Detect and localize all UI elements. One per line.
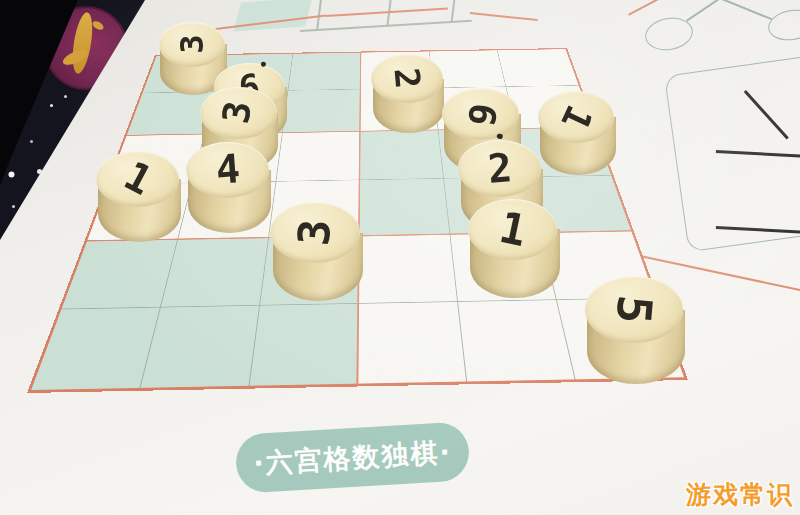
cell-r4c4[interactable] <box>360 179 451 237</box>
piece-number: 5 <box>609 293 658 325</box>
piece-top-face: 5 <box>585 276 683 343</box>
cell-r6c3[interactable] <box>249 304 359 386</box>
piece-top-face: 6 <box>442 88 518 140</box>
piece-top-face: 2 <box>458 140 541 196</box>
piece-number: 3 <box>293 218 338 248</box>
cell-r5c2[interactable] <box>161 238 269 307</box>
cell-r6c5[interactable] <box>458 300 576 382</box>
piece-1-r3c6[interactable]: 1 <box>540 91 616 175</box>
cell-r3c3[interactable] <box>276 132 360 182</box>
piece-4-r4c2[interactable]: 4 <box>188 142 271 233</box>
piece-top-face: 3 <box>159 22 226 67</box>
board-title-text: ·六宫格数独棋· <box>252 434 452 482</box>
piece-number: 2 <box>389 67 425 90</box>
piece-top-face: 1 <box>468 199 558 260</box>
piece-1-r4c1[interactable]: 1 <box>98 151 181 242</box>
piece-number: 6 <box>461 100 501 128</box>
piece-number: 2 <box>486 148 513 190</box>
piece-number: 3 <box>176 35 208 54</box>
piece-1-r5c5[interactable]: 1 <box>470 199 560 298</box>
piece-number: 1 <box>118 156 158 202</box>
cell-r3c4[interactable] <box>360 130 444 180</box>
cell-r1c6[interactable] <box>498 49 579 87</box>
cell-r6c2[interactable] <box>140 305 260 387</box>
planet-gold-landmass <box>91 19 105 31</box>
piece-number: 1 <box>495 206 529 254</box>
planet-gold-landmass <box>69 11 95 75</box>
cell-r2c3[interactable] <box>283 89 361 132</box>
piece-top-face: 3 <box>200 87 277 139</box>
cell-r1c3[interactable] <box>288 53 361 91</box>
piece-5-r6c6[interactable]: 5 <box>587 276 685 384</box>
cell-r5c4[interactable] <box>359 235 458 303</box>
piece-number: 4 <box>214 149 241 190</box>
orientation-dot <box>261 61 266 66</box>
board-game-photo-scene: 362361142315 ·六宫格数独棋· 游戏常识 <box>0 0 800 515</box>
piece-top-face: 4 <box>186 142 269 198</box>
watermark-text: 游戏常识 <box>686 478 794 511</box>
piece-top-face: 2 <box>371 54 442 102</box>
upper-grid-teal-cell <box>234 0 313 31</box>
piece-2-r2c4[interactable]: 2 <box>373 54 444 132</box>
piece-number: 1 <box>555 99 598 134</box>
piece-top-face: 1 <box>538 91 614 143</box>
piece-number: 3 <box>218 99 258 126</box>
cell-r6c4[interactable] <box>358 302 467 384</box>
piece-top-face: 1 <box>96 151 179 207</box>
piece-3-r5c3[interactable]: 3 <box>273 202 363 301</box>
